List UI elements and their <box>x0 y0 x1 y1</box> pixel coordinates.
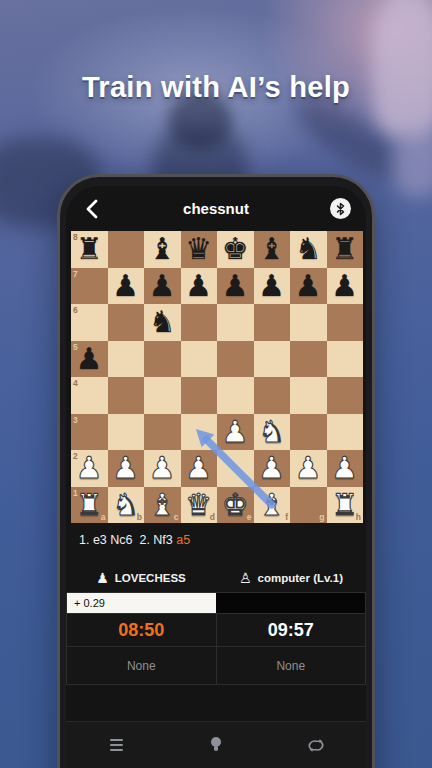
square-a1[interactable]: 1a♜ <box>71 487 108 524</box>
piece-black-pawn: ♟ <box>327 268 364 305</box>
piece-black-knight: ♞ <box>290 231 327 268</box>
piece-black-queen: ♛ <box>181 231 218 268</box>
piece-black-king: ♚ <box>217 231 254 268</box>
square-g3[interactable] <box>290 414 327 451</box>
square-d4[interactable] <box>181 377 218 414</box>
square-b4[interactable] <box>108 377 145 414</box>
square-h8[interactable]: ♜ <box>327 231 364 268</box>
bluetooth-button[interactable] <box>330 198 351 219</box>
app-screen: chessnut 8♜♝♛♚♝♞♜7♟♟♟♟♟♟♟6♞5♟43♟♞2♟♟♟♟♟♟… <box>66 186 366 768</box>
evaluation-score: + 0.29 <box>74 597 105 609</box>
square-a4[interactable]: 4 <box>71 377 108 414</box>
file-label: g <box>319 512 324 522</box>
square-e3[interactable]: ♟ <box>217 414 254 451</box>
piece-black-pawn: ♟ <box>71 341 108 378</box>
white-player-name: LOVECHESS <box>115 572 186 584</box>
piece-white-pawn: ♟ <box>71 450 108 487</box>
square-h7[interactable]: ♟ <box>327 268 364 305</box>
square-e2[interactable] <box>217 450 254 487</box>
square-e8[interactable]: ♚ <box>217 231 254 268</box>
square-c4[interactable] <box>144 377 181 414</box>
piece-white-knight: ♞ <box>108 487 145 524</box>
square-c1[interactable]: c♝ <box>144 487 181 524</box>
piece-white-rook: ♜ <box>71 487 108 524</box>
square-h1[interactable]: h♜ <box>327 487 364 524</box>
square-g1[interactable]: g <box>290 487 327 524</box>
lightbulb-icon <box>209 736 223 754</box>
board-container: 8♜♝♛♚♝♞♜7♟♟♟♟♟♟♟6♞5♟43♟♞2♟♟♟♟♟♟♟1a♜b♞c♝d… <box>71 231 363 523</box>
bottom-toolbar <box>66 721 366 768</box>
players-row: ♟ LOVECHESS ♙ computer (Lv.1) <box>66 556 366 592</box>
rank-label: 2 <box>73 451 78 461</box>
piece-white-rook: ♜ <box>327 487 364 524</box>
moves-text: 1. e3 Nc6 2. Nf3 <box>79 533 176 547</box>
square-h6[interactable] <box>327 304 364 341</box>
square-g7[interactable]: ♟ <box>290 268 327 305</box>
square-a6[interactable]: 6 <box>71 304 108 341</box>
square-b1[interactable]: b♞ <box>108 487 145 524</box>
square-c6[interactable]: ♞ <box>144 304 181 341</box>
white-extra: None <box>67 647 216 684</box>
piece-black-rook: ♜ <box>327 231 364 268</box>
square-c7[interactable]: ♟ <box>144 268 181 305</box>
file-label: e <box>247 512 252 522</box>
piece-white-pawn: ♟ <box>327 450 364 487</box>
square-c2[interactable]: ♟ <box>144 450 181 487</box>
piece-black-bishop: ♝ <box>254 231 291 268</box>
square-e7[interactable]: ♟ <box>217 268 254 305</box>
evaluation-bar: + 0.29 <box>66 592 366 613</box>
black-extra: None <box>217 647 366 684</box>
piece-black-pawn: ♟ <box>217 268 254 305</box>
square-h4[interactable] <box>327 377 364 414</box>
bluetooth-icon <box>335 202 346 216</box>
square-h5[interactable] <box>327 341 364 378</box>
white-pawn-icon: ♟ <box>96 571 109 585</box>
piece-white-pawn: ♟ <box>181 450 218 487</box>
square-c5[interactable] <box>144 341 181 378</box>
piece-white-pawn: ♟ <box>254 450 291 487</box>
square-c3[interactable] <box>144 414 181 451</box>
square-f7[interactable]: ♟ <box>254 268 291 305</box>
square-g8[interactable]: ♞ <box>290 231 327 268</box>
file-label: d <box>210 512 215 522</box>
square-a8[interactable]: 8♜ <box>71 231 108 268</box>
piece-white-knight: ♞ <box>254 414 291 451</box>
rank-label: 1 <box>73 488 78 498</box>
square-d2[interactable]: ♟ <box>181 450 218 487</box>
spacer <box>66 685 366 721</box>
hero-title: Train with AI’s help <box>0 71 432 104</box>
app-header: chessnut <box>66 186 366 231</box>
square-d7[interactable]: ♟ <box>181 268 218 305</box>
piece-white-pawn: ♟ <box>290 450 327 487</box>
piece-black-pawn: ♟ <box>254 268 291 305</box>
square-h3[interactable] <box>327 414 364 451</box>
square-e5[interactable] <box>217 341 254 378</box>
piece-white-pawn: ♟ <box>217 414 254 451</box>
rank-label: 5 <box>73 342 78 352</box>
square-c8[interactable]: ♝ <box>144 231 181 268</box>
square-e1[interactable]: e♚ <box>217 487 254 524</box>
hint-bulb-button[interactable] <box>204 734 228 756</box>
file-label: a <box>101 512 106 522</box>
white-clock: 08:50 <box>67 614 216 646</box>
piece-black-pawn: ♟ <box>108 268 145 305</box>
square-f4[interactable] <box>254 377 291 414</box>
square-f8[interactable]: ♝ <box>254 231 291 268</box>
square-d6[interactable] <box>181 304 218 341</box>
square-f6[interactable] <box>254 304 291 341</box>
file-label: c <box>174 512 179 522</box>
square-b8[interactable] <box>108 231 145 268</box>
rank-label: 7 <box>73 269 78 279</box>
square-d8[interactable]: ♛ <box>181 231 218 268</box>
file-label: h <box>356 512 361 522</box>
evaluation-white-bar: + 0.29 <box>67 593 216 613</box>
white-player: ♟ LOVECHESS <box>66 571 216 585</box>
rank-label: 3 <box>73 415 78 425</box>
blurred-chess-piece <box>392 128 432 198</box>
square-g6[interactable] <box>290 304 327 341</box>
menu-icon <box>110 739 123 751</box>
square-d3[interactable] <box>181 414 218 451</box>
piece-black-knight: ♞ <box>144 304 181 341</box>
square-a7[interactable]: 7 <box>71 268 108 305</box>
square-f5[interactable] <box>254 341 291 378</box>
square-g4[interactable] <box>290 377 327 414</box>
piece-white-pawn: ♟ <box>108 450 145 487</box>
square-h2[interactable]: ♟ <box>327 450 364 487</box>
black-player-name: computer (Lv.1) <box>258 572 343 584</box>
square-b6[interactable] <box>108 304 145 341</box>
piece-black-bishop: ♝ <box>144 231 181 268</box>
piece-black-pawn: ♟ <box>290 268 327 305</box>
square-g5[interactable] <box>290 341 327 378</box>
file-label: f <box>285 512 288 522</box>
square-f2[interactable]: ♟ <box>254 450 291 487</box>
file-label: b <box>137 512 142 522</box>
piece-white-king: ♚ <box>217 487 254 524</box>
piece-white-bishop: ♝ <box>254 487 291 524</box>
square-b2[interactable]: ♟ <box>108 450 145 487</box>
square-e6[interactable] <box>217 304 254 341</box>
piece-black-rook: ♜ <box>71 231 108 268</box>
app-title: chessnut <box>66 200 366 217</box>
square-f3[interactable]: ♞ <box>254 414 291 451</box>
piece-white-bishop: ♝ <box>144 487 181 524</box>
black-player: ♙ computer (Lv.1) <box>216 571 366 585</box>
phone-mockup: chessnut 8♜♝♛♚♝♞♜7♟♟♟♟♟♟♟6♞5♟43♟♞2♟♟♟♟♟♟… <box>57 174 375 768</box>
black-clock: 09:57 <box>217 614 366 646</box>
piece-white-pawn: ♟ <box>144 450 181 487</box>
piece-black-pawn: ♟ <box>181 268 218 305</box>
piece-black-pawn: ♟ <box>144 268 181 305</box>
repeat-button[interactable] <box>304 734 328 756</box>
clock-table: 08:50 09:57 None None <box>66 613 366 685</box>
square-f1[interactable]: f♝ <box>254 487 291 524</box>
square-a5[interactable]: 5♟ <box>71 341 108 378</box>
menu-button[interactable] <box>104 734 128 756</box>
rank-label: 8 <box>73 232 78 242</box>
repeat-icon <box>306 738 326 753</box>
black-pawn-icon: ♙ <box>239 571 252 585</box>
back-button[interactable] <box>81 198 103 220</box>
chess-board[interactable]: 8♜♝♛♚♝♞♜7♟♟♟♟♟♟♟6♞5♟43♟♞2♟♟♟♟♟♟♟1a♜b♞c♝d… <box>71 231 363 523</box>
blurred-chess-piece <box>372 0 432 138</box>
piece-white-queen: ♛ <box>181 487 218 524</box>
square-b7[interactable]: ♟ <box>108 268 145 305</box>
square-a2[interactable]: 2♟ <box>71 450 108 487</box>
move-list: 1. e3 Nc6 2. Nf3 a5 <box>66 523 366 556</box>
square-e4[interactable] <box>217 377 254 414</box>
square-d1[interactable]: d♛ <box>181 487 218 524</box>
last-move: a5 <box>176 533 190 547</box>
square-b5[interactable] <box>108 341 145 378</box>
square-a3[interactable]: 3 <box>71 414 108 451</box>
square-g2[interactable]: ♟ <box>290 450 327 487</box>
chevron-left-icon <box>85 199 99 219</box>
square-d5[interactable] <box>181 341 218 378</box>
rank-label: 4 <box>73 378 78 388</box>
square-b3[interactable] <box>108 414 145 451</box>
rank-label: 6 <box>73 305 78 315</box>
